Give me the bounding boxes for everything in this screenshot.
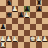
chess-board: ♞♜♟♟♟♚♟♟♟♟♟♟♚♟♟♜ [0,0,48,48]
black-pawn-piece[interactable]: ♟ [36,5,42,12]
square-h1[interactable] [42,42,48,48]
square-a4[interactable]: ♟ [0,24,6,30]
square-h2[interactable]: ♟ [42,36,48,42]
white-pawn-piece[interactable]: ♟ [12,35,18,42]
black-king-piece[interactable]: ♚ [6,11,12,18]
square-g7[interactable]: ♟ [36,6,42,12]
square-b6[interactable]: ♚ [6,12,12,18]
square-c2[interactable]: ♟ [12,36,18,42]
white-rook-piece[interactable]: ♜ [0,41,6,48]
white-pawn-piece[interactable]: ♟ [24,11,30,18]
white-pawn-piece[interactable]: ♟ [42,35,48,42]
square-a1[interactable]: ♜ [0,42,6,48]
black-pawn-piece[interactable]: ♟ [0,23,6,30]
square-e6[interactable]: ♟ [24,12,30,18]
